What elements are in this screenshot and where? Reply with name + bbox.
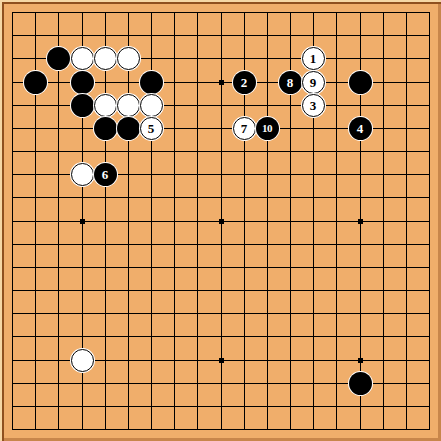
white-stone[interactable] [71,47,94,70]
move-10-black-stone[interactable]: 10 [256,117,279,140]
move-9-white-stone[interactable]: 9 [302,71,325,94]
white-stone[interactable] [117,47,140,70]
white-stone[interactable] [71,163,94,186]
move-number-label: 7 [241,122,248,135]
move-number-label: 5 [148,122,155,135]
move-number-label: 6 [102,168,109,181]
move-number-label: 1 [310,52,317,65]
move-number-label: 9 [310,76,317,89]
black-stone[interactable] [71,71,94,94]
white-stone[interactable] [94,94,117,117]
white-stone[interactable] [94,47,117,70]
black-stone[interactable] [349,372,372,395]
black-stone[interactable] [140,71,163,94]
move-3-white-stone[interactable]: 3 [302,94,325,117]
move-6-black-stone[interactable]: 6 [94,163,117,186]
black-stone[interactable] [349,71,372,94]
white-stone[interactable] [71,349,94,372]
move-number-label: 8 [287,76,294,89]
move-4-black-stone[interactable]: 4 [349,117,372,140]
white-stone[interactable] [140,94,163,117]
black-stone[interactable] [117,117,140,140]
move-number-label: 4 [357,122,364,135]
move-1-white-stone[interactable]: 1 [302,47,325,70]
black-stone[interactable] [71,94,94,117]
move-2-black-stone[interactable]: 2 [233,71,256,94]
move-number-label: 2 [241,76,248,89]
black-stone[interactable] [24,71,47,94]
move-5-white-stone[interactable]: 5 [140,117,163,140]
stones-layer: 12893571046 [0,0,441,441]
move-8-black-stone[interactable]: 8 [279,71,302,94]
white-stone[interactable] [117,94,140,117]
black-stone[interactable] [94,117,117,140]
black-stone[interactable] [47,47,70,70]
move-number-label: 10 [262,123,272,134]
move-number-label: 3 [310,99,317,112]
move-7-white-stone[interactable]: 7 [233,117,256,140]
go-board[interactable]: 12893571046 [0,0,441,441]
